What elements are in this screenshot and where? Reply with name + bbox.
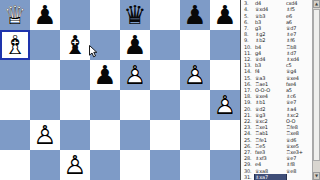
white-move[interactable]: ♕xe4 <box>255 93 286 99</box>
square-d8[interactable] <box>90 0 120 30</box>
square-a3[interactable] <box>0 150 30 180</box>
move-number: 9. <box>242 37 255 43</box>
white-move[interactable]: ♗xf3 <box>255 155 286 161</box>
black-move[interactable]: ♗f5 <box>286 6 312 12</box>
square-f4[interactable] <box>150 120 180 150</box>
black-move[interactable]: ♕e7 <box>286 99 312 105</box>
square-c7[interactable]: ♝ <box>60 30 90 60</box>
white-move[interactable]: g3 <box>255 25 286 31</box>
move-number: 10. <box>242 44 255 50</box>
white-b-piece: ♝ <box>0 30 30 60</box>
move-number: 23. <box>242 124 255 130</box>
black-p-piece: ♟ <box>30 0 60 30</box>
black-move[interactable]: ♕e7 <box>286 155 312 161</box>
white-move[interactable]: ♕xd4 <box>255 6 286 12</box>
notation-panel: 3.d4cxd44.♕xd4♗f55.♕b3e66.b3a67.g3♕d78.♗… <box>240 0 320 180</box>
square-d3[interactable] <box>90 150 120 180</box>
white-move[interactable]: ♖xe1 <box>255 124 286 130</box>
black-move[interactable]: a5 <box>286 87 312 93</box>
move-number: 29. <box>242 161 255 167</box>
move-number: 3. <box>242 0 255 6</box>
square-a4[interactable] <box>0 120 30 150</box>
white-move[interactable]: ♗b1 <box>255 99 286 105</box>
move-number: 31. <box>242 174 255 180</box>
black-move[interactable]: a6 <box>286 19 312 25</box>
move-number: 12. <box>242 56 255 62</box>
square-c6[interactable] <box>60 60 90 90</box>
square-g4[interactable] <box>180 120 210 150</box>
square-h6[interactable] <box>210 60 240 90</box>
square-h5[interactable]: ♟♙ <box>210 90 240 120</box>
black-move[interactable]: cxd4 <box>286 0 312 6</box>
chess-board: ♛♕♟♛♟♟♝♗♝♟♟♟♙♟♙♟♙♟♙♟♙ <box>0 0 240 180</box>
scroll-up-icon[interactable]: ▲ <box>313 0 320 8</box>
white-move[interactable]: O-O-O <box>255 87 286 93</box>
scrollbar[interactable]: ▲ ▼ <box>312 0 320 180</box>
white-p-piece-outline: ♙ <box>210 90 240 120</box>
square-b7[interactable] <box>30 30 60 60</box>
chess-gui-window: ♛♕♟♛♟♟♝♗♝♟♟♟♙♟♙♟♙♟♙♟♙ 3.d4cxd44.♕xd4♗f55… <box>0 0 320 180</box>
square-e5[interactable] <box>120 90 150 120</box>
move-number: 24. <box>242 130 255 136</box>
white-move[interactable]: f4 <box>255 68 286 74</box>
white-q-piece-outline: ♕ <box>0 0 30 30</box>
square-g3[interactable] <box>180 150 210 180</box>
white-move[interactable]: b3 <box>255 62 286 68</box>
black-move[interactable]: ♕g4 <box>286 68 312 74</box>
square-e8[interactable]: ♛ <box>120 0 150 30</box>
black-move[interactable]: c5 <box>286 62 312 68</box>
square-f6[interactable] <box>150 60 180 90</box>
square-c3[interactable]: ♟♙ <box>60 150 90 180</box>
black-p-piece: ♟ <box>180 0 210 30</box>
black-move[interactable]: ♗xd4 <box>286 56 312 62</box>
black-move[interactable]: ♗a4 <box>286 106 312 112</box>
white-move[interactable]: ♗b2 <box>255 37 286 43</box>
square-c5[interactable] <box>60 90 90 120</box>
move-number: 20. <box>242 106 255 112</box>
move-number: 19. <box>242 99 255 105</box>
black-move[interactable]: ♗f6 <box>286 37 312 43</box>
black-move[interactable]: ♗d7 <box>286 50 312 56</box>
white-move[interactable]: b3 <box>255 19 286 25</box>
black-move[interactable]: ♕d6 <box>286 137 312 143</box>
square-b4[interactable]: ♟♙ <box>30 120 60 150</box>
move-number: 4. <box>242 6 255 12</box>
black-move[interactable]: ♗xc2 <box>286 112 312 118</box>
white-p-piece-outline: ♙ <box>30 120 60 150</box>
move-number: 22. <box>242 118 255 124</box>
square-e6[interactable]: ♟♙ <box>120 60 150 90</box>
square-f5[interactable] <box>150 90 180 120</box>
black-p-piece: ♟ <box>210 0 240 30</box>
white-move[interactable]: fxe3 <box>255 149 286 155</box>
square-b5[interactable] <box>30 90 60 120</box>
square-f8[interactable] <box>150 0 180 30</box>
move-number: 5. <box>242 13 255 19</box>
white-p-piece-outline: ♙ <box>60 150 90 180</box>
white-move[interactable]: ♗g2 <box>255 31 286 37</box>
black-move[interactable]: e6 <box>286 13 312 19</box>
black-b-piece: ♝ <box>60 30 90 60</box>
move-row-31: 31.♗xa7 <box>242 174 312 180</box>
white-p-piece: ♟ <box>210 90 240 120</box>
black-move[interactable]: ♗c6 <box>286 93 312 99</box>
square-c8[interactable] <box>60 0 90 30</box>
square-f7[interactable] <box>150 30 180 60</box>
scroll-down-icon[interactable]: ▼ <box>313 172 320 180</box>
white-move[interactable]: ♖ab1 <box>255 130 286 136</box>
white-p-piece-outline: ♙ <box>120 60 150 90</box>
move-number: 18. <box>242 93 255 99</box>
square-e3[interactable] <box>120 150 150 180</box>
black-move[interactable]: ♖b8 <box>286 44 312 50</box>
black-move[interactable]: ♗f8 <box>286 161 312 167</box>
white-move[interactable]: ♖ae1 <box>255 81 286 87</box>
square-d6[interactable]: ♟ <box>90 60 120 90</box>
black-move[interactable]: ♗e7 <box>286 31 312 37</box>
square-e7[interactable]: ♟ <box>120 30 150 60</box>
white-move[interactable]: ♕a3 <box>255 75 286 81</box>
black-move[interactable]: ♖fe8 <box>286 124 312 130</box>
square-g5[interactable] <box>180 90 210 120</box>
square-a7[interactable]: ♝♗ <box>0 30 30 60</box>
move-number: 13. <box>242 62 255 68</box>
white-move[interactable]: ♕d2 <box>255 106 286 112</box>
black-move[interactable]: ♕d7 <box>286 25 312 31</box>
square-a5[interactable] <box>0 90 30 120</box>
black-move[interactable]: ♖xe8 <box>286 130 312 136</box>
scrollbar-thumb[interactable] <box>313 9 320 161</box>
square-b8[interactable]: ♟ <box>30 0 60 30</box>
move-number: 7. <box>242 25 255 31</box>
move-number: 27. <box>242 149 255 155</box>
white-move[interactable]: b4 <box>255 44 286 50</box>
black-move[interactable]: fxe4 <box>286 81 312 87</box>
white-move[interactable]: e4 <box>255 161 286 167</box>
move-list: 3.d4cxd44.♕xd4♗f55.♕b3e66.b3a67.g3♕d78.♗… <box>242 0 312 180</box>
square-b3[interactable] <box>30 150 60 180</box>
square-g7[interactable] <box>180 30 210 60</box>
square-f3[interactable] <box>150 150 180 180</box>
square-a6[interactable] <box>0 60 30 90</box>
white-move[interactable]: g4 <box>255 50 286 56</box>
square-d5[interactable] <box>90 90 120 120</box>
white-move[interactable]: ♕xa8 <box>255 168 286 174</box>
move-number: 17. <box>242 87 255 93</box>
square-g8[interactable]: ♟ <box>180 0 210 30</box>
square-d4[interactable] <box>90 120 120 150</box>
white-move[interactable]: ♖fe1 <box>255 137 286 143</box>
square-h7[interactable] <box>210 30 240 60</box>
white-move[interactable]: ♕g3 <box>255 112 286 118</box>
square-c4[interactable] <box>60 120 90 150</box>
white-q-piece: ♛ <box>0 0 30 30</box>
white-move[interactable]: ♕b3 <box>255 13 286 19</box>
black-p-piece: ♟ <box>90 60 120 90</box>
square-h3[interactable] <box>210 150 240 180</box>
square-e4[interactable] <box>120 120 150 150</box>
black-move[interactable]: ♕xe4 <box>286 75 312 81</box>
square-h8[interactable]: ♟ <box>210 0 240 30</box>
move-number: 21. <box>242 112 255 118</box>
move-number: 16. <box>242 81 255 87</box>
move-number: 28. <box>242 155 255 161</box>
move-number: 8. <box>242 31 255 37</box>
move-number: 25. <box>242 137 255 143</box>
square-g6[interactable]: ♟♙ <box>180 60 210 90</box>
white-p-piece: ♟ <box>30 120 60 150</box>
mouse-cursor-icon <box>89 45 98 58</box>
white-p-piece: ♟ <box>60 150 90 180</box>
square-a8[interactable]: ♛♕ <box>0 0 30 30</box>
white-move[interactable]: ♕d4 <box>255 56 286 62</box>
move-number: 6. <box>242 19 255 25</box>
move-number: 11. <box>242 50 255 56</box>
square-b6[interactable] <box>30 60 60 90</box>
black-move[interactable]: O-O <box>286 118 312 124</box>
selected-move[interactable]: ♗xa7 <box>255 174 286 180</box>
white-p-piece: ♟ <box>180 60 210 90</box>
move-number: 30. <box>242 168 255 174</box>
black-move[interactable]: ♕e8 <box>286 168 312 174</box>
move-number: 15. <box>242 75 255 81</box>
white-b-piece-outline: ♗ <box>0 30 30 60</box>
square-h4[interactable] <box>210 120 240 150</box>
black-q-piece: ♛ <box>120 0 150 30</box>
black-move[interactable]: ♖xe3+ <box>286 149 312 155</box>
move-number: 26. <box>242 143 255 149</box>
white-p-piece: ♟ <box>120 60 150 90</box>
white-move[interactable]: ♕xc2 <box>255 118 286 124</box>
black-p-piece: ♟ <box>120 30 150 60</box>
black-move[interactable]: ♕xe5 <box>286 143 312 149</box>
white-move[interactable]: d4 <box>255 0 286 6</box>
white-p-piece-outline: ♙ <box>180 60 210 90</box>
move-number: 14. <box>242 68 255 74</box>
white-move[interactable]: ♖e5 <box>255 143 286 149</box>
